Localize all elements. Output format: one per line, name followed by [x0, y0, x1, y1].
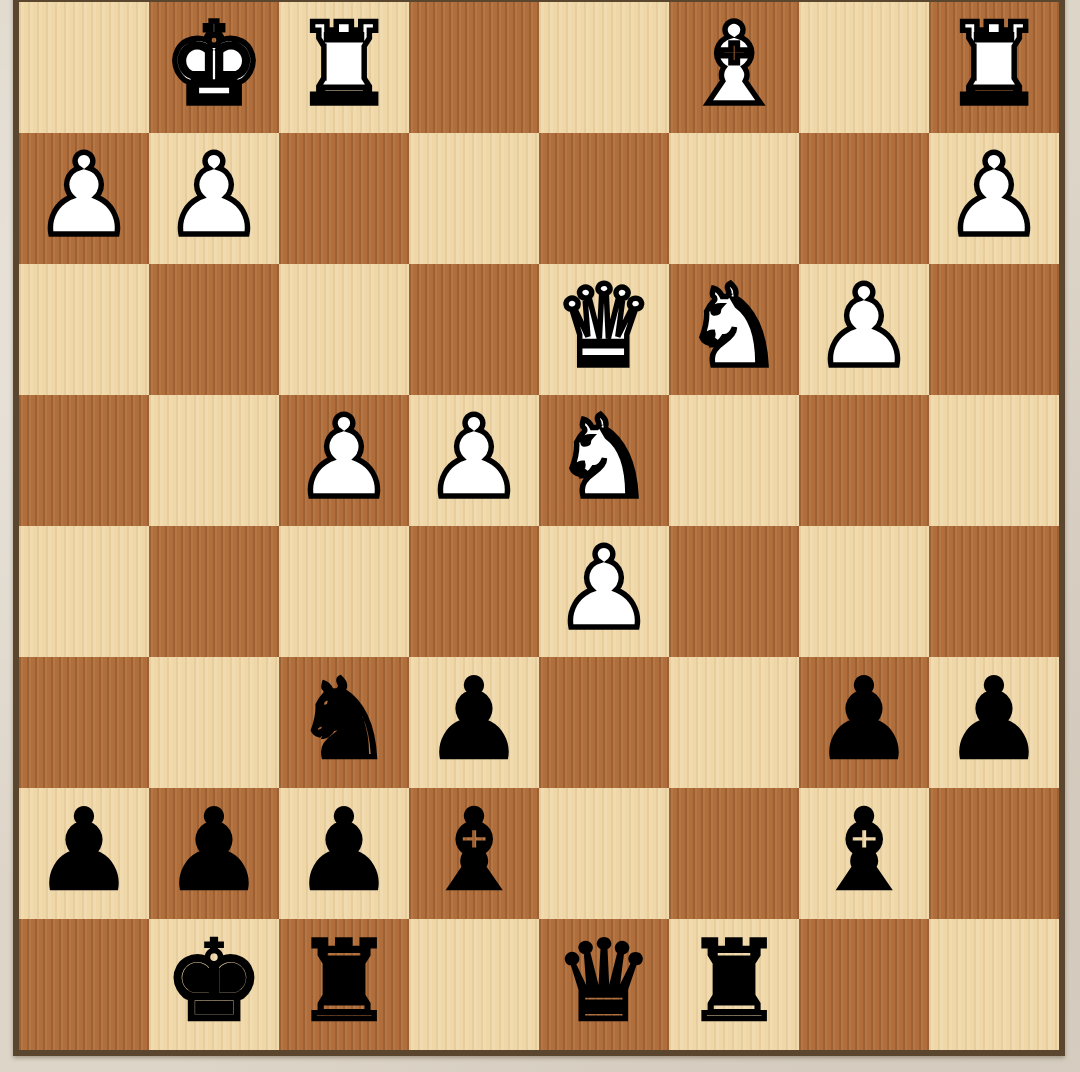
square-b6[interactable]: ♟	[799, 657, 929, 788]
piece-white-N-d4[interactable]: ♞	[554, 401, 654, 513]
square-d2[interactable]	[539, 133, 669, 264]
piece-black-R-f8[interactable]: ♜	[294, 925, 394, 1037]
piece-black-P-e6[interactable]: ♟	[424, 663, 524, 775]
square-g8[interactable]: ♚	[149, 919, 279, 1050]
square-f3[interactable]	[279, 264, 409, 395]
square-c4[interactable]	[669, 395, 799, 526]
square-a5[interactable]	[929, 526, 1059, 657]
piece-black-P-a6[interactable]: ♟	[944, 663, 1044, 775]
square-b8[interactable]	[799, 919, 929, 1050]
chess-board: ♚♜♝♜♟♟♟♛♞♟♟♟♞♟♞♟♟♟♟♟♟♝♝♚♜♛♜	[19, 2, 1059, 1050]
square-f8[interactable]: ♜	[279, 919, 409, 1050]
piece-white-N-c3[interactable]: ♞	[684, 270, 784, 382]
square-a8[interactable]	[929, 919, 1059, 1050]
square-d3[interactable]: ♛	[539, 264, 669, 395]
piece-white-R-f1[interactable]: ♜	[294, 8, 394, 120]
square-f5[interactable]	[279, 526, 409, 657]
piece-black-P-b6[interactable]: ♟	[814, 663, 914, 775]
piece-black-P-g7[interactable]: ♟	[164, 794, 264, 906]
square-c5[interactable]	[669, 526, 799, 657]
piece-white-P-d5[interactable]: ♟	[554, 532, 654, 644]
square-b1[interactable]	[799, 2, 929, 133]
piece-white-Q-d3[interactable]: ♛	[554, 270, 654, 382]
square-d4[interactable]: ♞	[539, 395, 669, 526]
piece-white-P-f4[interactable]: ♟	[294, 401, 394, 513]
piece-white-P-b3[interactable]: ♟	[814, 270, 914, 382]
square-e3[interactable]	[409, 264, 539, 395]
square-g3[interactable]	[149, 264, 279, 395]
square-f2[interactable]	[279, 133, 409, 264]
square-c7[interactable]	[669, 788, 799, 919]
chess-board-frame: ♚♜♝♜♟♟♟♛♞♟♟♟♞♟♞♟♟♟♟♟♟♝♝♚♜♛♜	[13, 0, 1065, 1056]
square-a2[interactable]: ♟	[929, 133, 1059, 264]
square-g1[interactable]: ♚	[149, 2, 279, 133]
square-c6[interactable]	[669, 657, 799, 788]
square-b4[interactable]	[799, 395, 929, 526]
square-h7[interactable]: ♟	[19, 788, 149, 919]
piece-white-P-g2[interactable]: ♟	[164, 139, 264, 251]
square-g5[interactable]	[149, 526, 279, 657]
square-f1[interactable]: ♜	[279, 2, 409, 133]
square-c3[interactable]: ♞	[669, 264, 799, 395]
piece-white-K-g1[interactable]: ♚	[164, 8, 264, 120]
square-h5[interactable]	[19, 526, 149, 657]
piece-black-K-g8[interactable]: ♚	[164, 925, 264, 1037]
square-e6[interactable]: ♟	[409, 657, 539, 788]
square-d8[interactable]: ♛	[539, 919, 669, 1050]
piece-white-P-h2[interactable]: ♟	[34, 139, 134, 251]
square-b3[interactable]: ♟	[799, 264, 929, 395]
square-h3[interactable]	[19, 264, 149, 395]
piece-black-B-e7[interactable]: ♝	[424, 794, 524, 906]
square-h4[interactable]	[19, 395, 149, 526]
piece-white-B-c1[interactable]: ♝	[684, 8, 784, 120]
piece-white-P-e4[interactable]: ♟	[424, 401, 524, 513]
square-g6[interactable]	[149, 657, 279, 788]
square-a7[interactable]	[929, 788, 1059, 919]
square-e2[interactable]	[409, 133, 539, 264]
square-e5[interactable]	[409, 526, 539, 657]
square-a6[interactable]: ♟	[929, 657, 1059, 788]
square-h8[interactable]	[19, 919, 149, 1050]
square-d6[interactable]	[539, 657, 669, 788]
square-g7[interactable]: ♟	[149, 788, 279, 919]
square-c1[interactable]: ♝	[669, 2, 799, 133]
piece-black-N-f6[interactable]: ♞	[294, 663, 394, 775]
square-h1[interactable]	[19, 2, 149, 133]
square-h2[interactable]: ♟	[19, 133, 149, 264]
square-c8[interactable]: ♜	[669, 919, 799, 1050]
square-a3[interactable]	[929, 264, 1059, 395]
square-e1[interactable]	[409, 2, 539, 133]
square-c2[interactable]	[669, 133, 799, 264]
square-d1[interactable]	[539, 2, 669, 133]
piece-black-P-h7[interactable]: ♟	[34, 794, 134, 906]
square-d5[interactable]: ♟	[539, 526, 669, 657]
square-f6[interactable]: ♞	[279, 657, 409, 788]
square-a1[interactable]: ♜	[929, 2, 1059, 133]
square-f7[interactable]: ♟	[279, 788, 409, 919]
square-g4[interactable]	[149, 395, 279, 526]
square-f4[interactable]: ♟	[279, 395, 409, 526]
square-g2[interactable]: ♟	[149, 133, 279, 264]
piece-white-P-a2[interactable]: ♟	[944, 139, 1044, 251]
piece-white-R-a1[interactable]: ♜	[944, 8, 1044, 120]
square-h6[interactable]	[19, 657, 149, 788]
piece-black-P-f7[interactable]: ♟	[294, 794, 394, 906]
square-e4[interactable]: ♟	[409, 395, 539, 526]
square-d7[interactable]	[539, 788, 669, 919]
square-b5[interactable]	[799, 526, 929, 657]
piece-black-Q-d8[interactable]: ♛	[554, 925, 654, 1037]
square-b7[interactable]: ♝	[799, 788, 929, 919]
square-a4[interactable]	[929, 395, 1059, 526]
piece-black-B-b7[interactable]: ♝	[814, 794, 914, 906]
square-e7[interactable]: ♝	[409, 788, 539, 919]
square-b2[interactable]	[799, 133, 929, 264]
piece-black-R-c8[interactable]: ♜	[684, 925, 784, 1037]
square-e8[interactable]	[409, 919, 539, 1050]
